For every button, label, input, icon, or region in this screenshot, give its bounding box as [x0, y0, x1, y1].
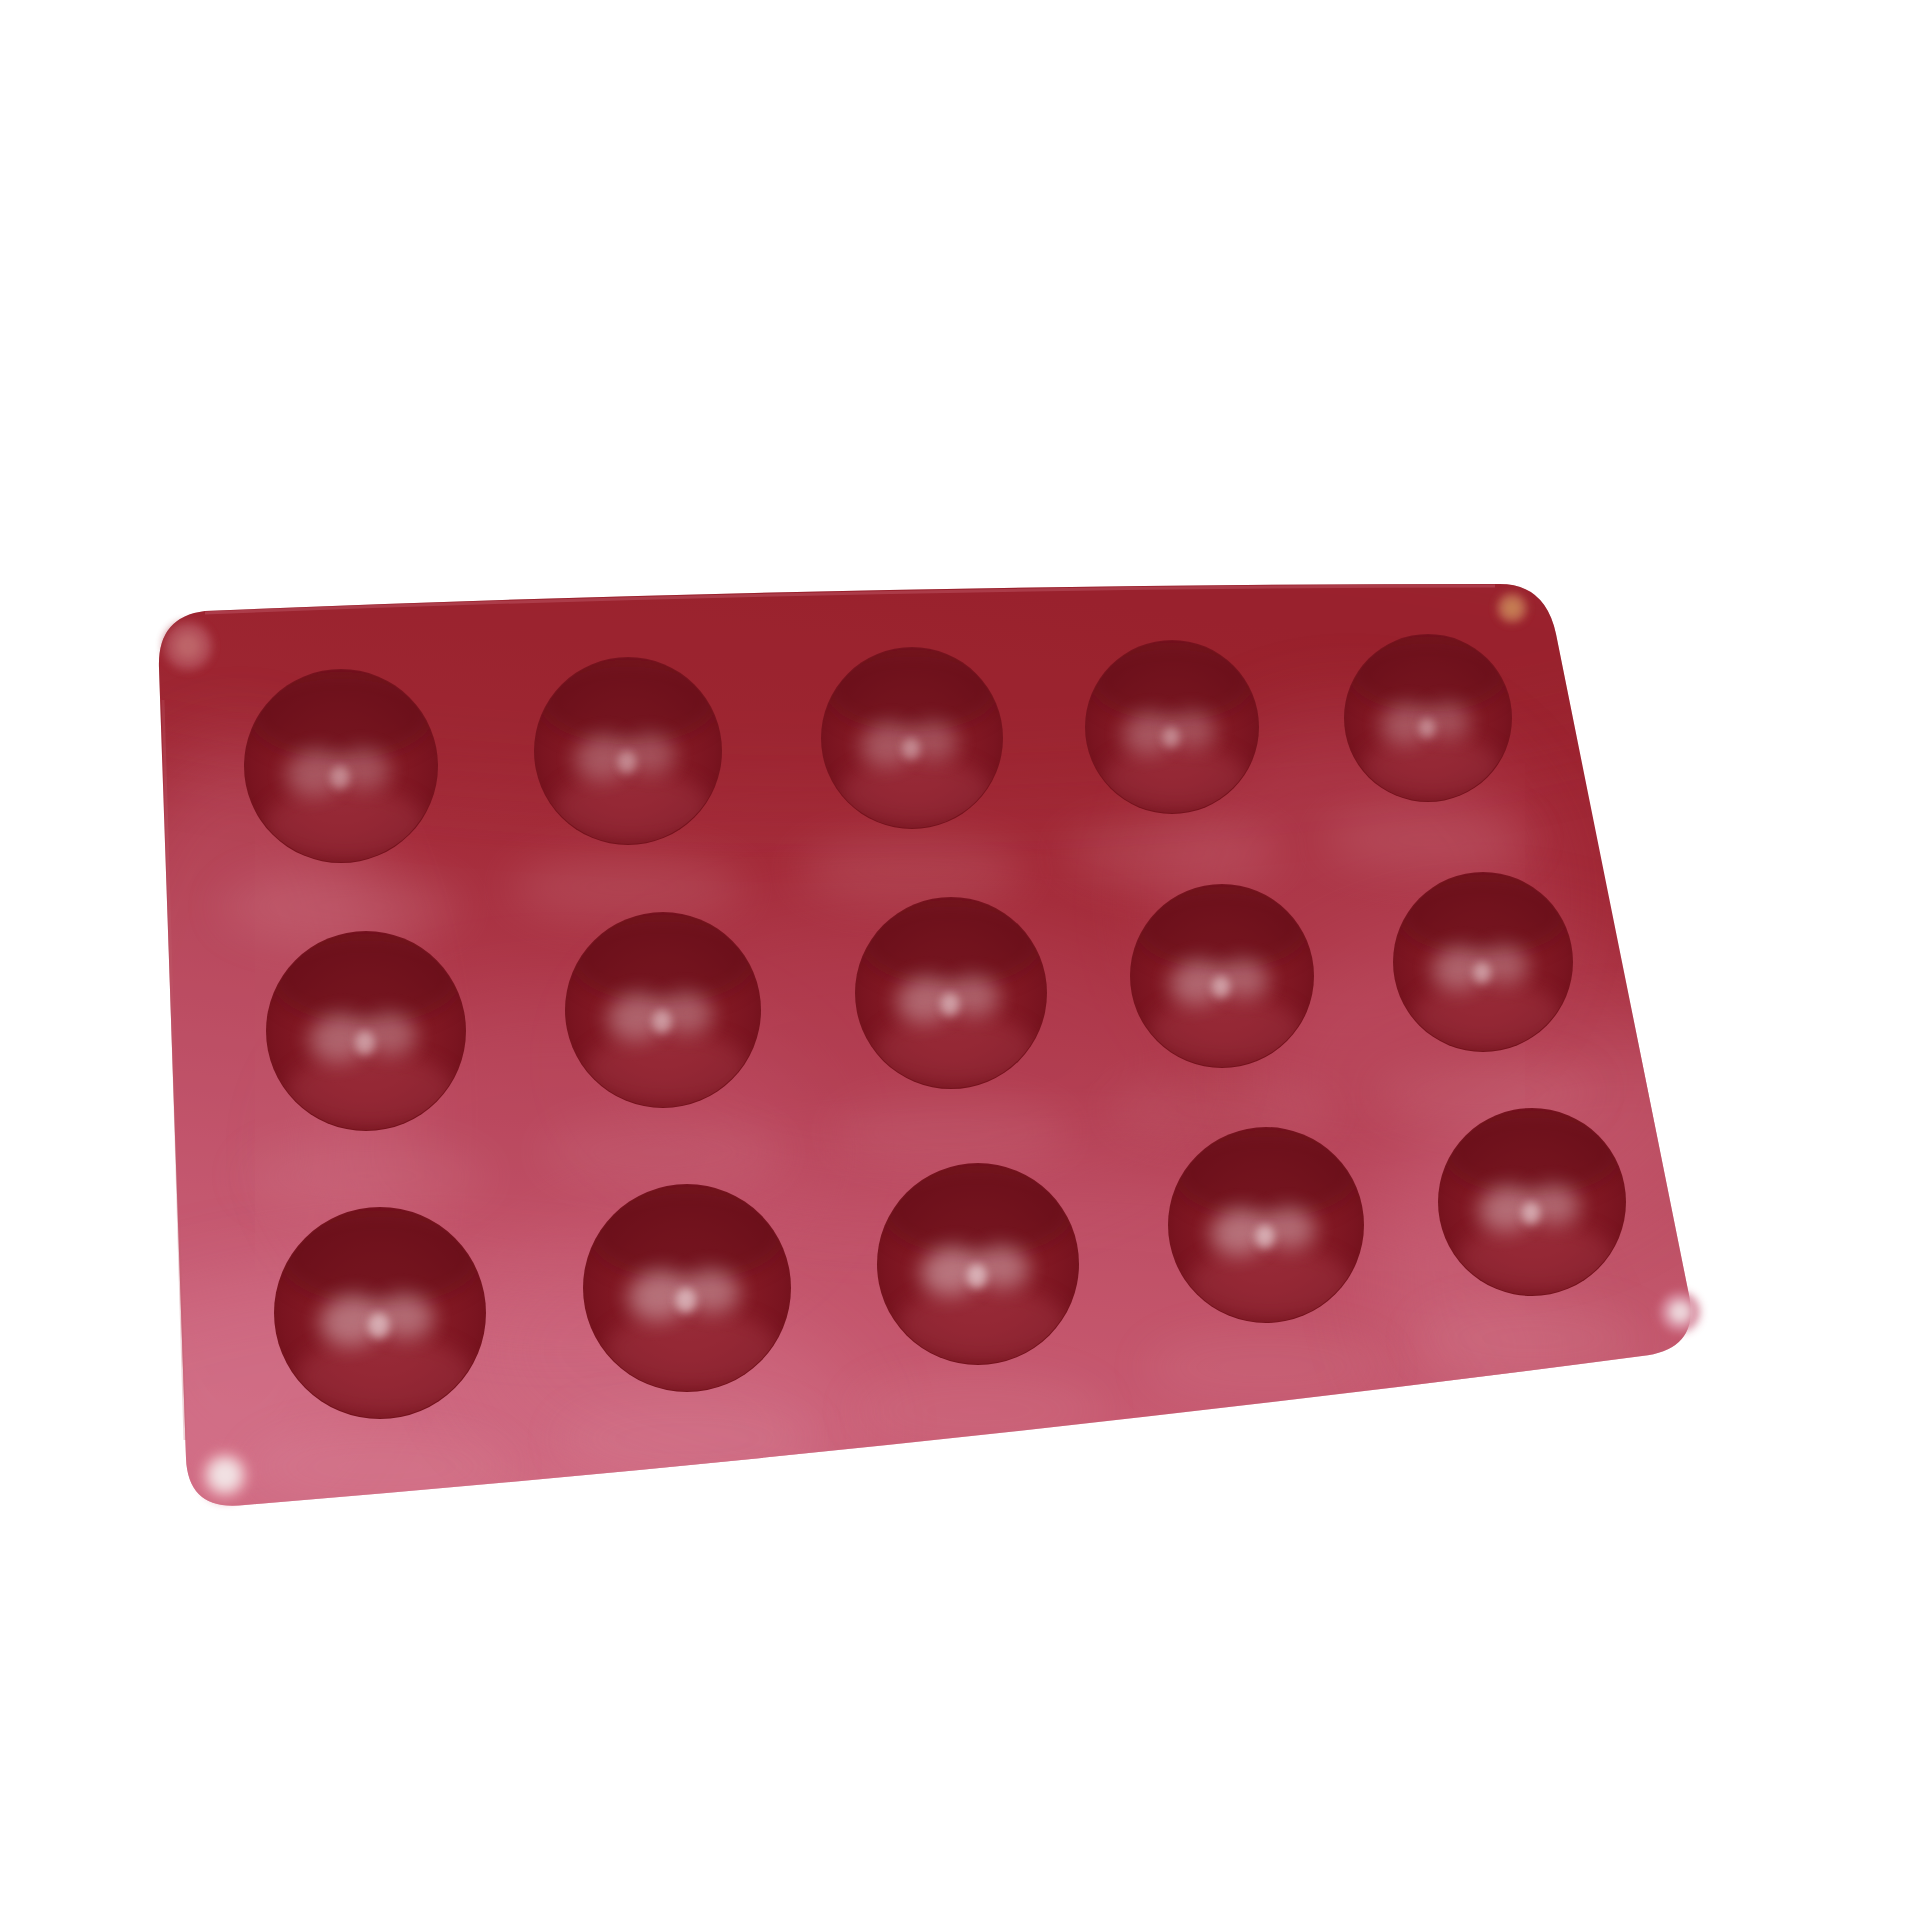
cavity-r2c4	[1130, 884, 1314, 1068]
product-photo	[0, 0, 1920, 1920]
cavity-r3c3	[877, 1163, 1079, 1365]
cavity-r1c4	[1085, 640, 1259, 814]
corner-hole-top-left	[164, 622, 212, 670]
cavity-r1c3	[821, 647, 1003, 829]
corner-hole-top-right	[1497, 593, 1527, 623]
cavity-r3c1	[274, 1207, 486, 1419]
cavity-r1c2	[534, 657, 722, 845]
cavity-r2c1	[266, 931, 466, 1131]
cavity-r1c1	[244, 669, 438, 863]
cavity-r2c5	[1393, 872, 1573, 1052]
corner-hole-bottom-left	[198, 1448, 252, 1502]
cavity-r3c2	[583, 1184, 791, 1392]
cavity-r3c5	[1438, 1108, 1626, 1296]
silicone-mold-image	[0, 0, 1920, 1920]
cavity-r2c3	[855, 897, 1047, 1089]
cavity-r1c5	[1344, 634, 1512, 802]
corner-hole-bottom-right	[1660, 1292, 1700, 1332]
cavity-r2c2	[565, 912, 761, 1108]
cavity-r3c4	[1168, 1127, 1364, 1323]
